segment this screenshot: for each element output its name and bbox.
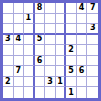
cell-r1c4[interactable]: 8 [35,3,46,14]
cell-r8c2[interactable] [14,77,25,88]
cell-r6c5[interactable] [45,56,56,67]
cell-r8c6[interactable]: 1 [56,77,67,88]
cell-r2c7[interactable] [66,14,77,25]
cell-r2c8[interactable] [77,14,88,25]
cell-r4c8[interactable] [77,35,88,46]
cell-r1c8[interactable]: 4 [77,3,88,14]
cell-r2c5[interactable] [45,14,56,25]
cell-r7c5[interactable] [45,66,56,77]
cell-r7c7[interactable]: 5 [66,66,77,77]
cell-r9c6[interactable] [56,87,67,98]
cell-r5c1[interactable] [3,45,14,56]
cell-r6c2[interactable] [14,56,25,67]
cell-r2c6[interactable] [56,14,67,25]
cell-r2c9[interactable] [87,14,98,25]
cell-r8c7[interactable] [66,77,77,88]
cell-r5c2[interactable] [14,45,25,56]
cell-r6c3[interactable] [24,56,35,67]
sudoku-puzzle: 84713345267562311 [0,0,101,101]
given-digit: 2 [68,46,74,54]
sudoku-board: 84713345267562311 [0,0,101,101]
cell-r7c9[interactable] [87,66,98,77]
cell-r6c6[interactable] [56,56,67,67]
cell-r4c1[interactable]: 3 [3,35,14,46]
cell-r1c3[interactable] [24,3,35,14]
cell-r4c9[interactable] [87,35,98,46]
cell-r6c1[interactable] [3,56,14,67]
cell-r9c8[interactable] [77,87,88,98]
given-digit: 1 [68,89,74,97]
cell-r4c5[interactable] [45,35,56,46]
given-digit: 7 [90,4,96,12]
given-digit: 3 [90,24,96,32]
cell-r8c8[interactable] [77,77,88,88]
cell-r6c8[interactable] [77,56,88,67]
cell-r5c5[interactable] [45,45,56,56]
cell-r3c9[interactable]: 3 [87,24,98,35]
cell-r1c9[interactable]: 7 [87,3,98,14]
cell-r1c2[interactable] [14,3,25,14]
cell-r9c7[interactable]: 1 [66,87,77,98]
given-digit: 2 [5,78,11,86]
given-digit: 7 [16,67,22,75]
cell-r8c3[interactable] [24,77,35,88]
given-digit: 8 [37,4,43,12]
cell-r3c5[interactable] [45,24,56,35]
cell-r9c1[interactable] [3,87,14,98]
cell-r5c8[interactable] [77,45,88,56]
given-digit: 6 [79,67,85,75]
cell-r1c7[interactable] [66,3,77,14]
cell-r4c6[interactable] [56,35,67,46]
cell-r2c3[interactable]: 1 [24,14,35,25]
cell-r5c3[interactable] [24,45,35,56]
cell-r7c6[interactable] [56,66,67,77]
cell-r8c9[interactable] [87,77,98,88]
cell-r1c5[interactable] [45,3,56,14]
given-digit: 1 [57,78,63,86]
cell-r4c3[interactable] [24,35,35,46]
cell-r5c9[interactable] [87,45,98,56]
given-digit: 3 [47,78,53,86]
given-digit: 5 [37,35,43,43]
cell-r2c4[interactable] [35,14,46,25]
cell-r8c4[interactable] [35,77,46,88]
given-digit: 1 [26,14,32,22]
cell-r3c2[interactable] [14,24,25,35]
cell-r1c1[interactable] [3,3,14,14]
cell-r3c7[interactable] [66,24,77,35]
cell-r9c4[interactable] [35,87,46,98]
cell-r3c1[interactable] [3,24,14,35]
given-digit: 6 [37,57,43,65]
cell-r2c1[interactable] [3,14,14,25]
cell-r3c8[interactable] [77,24,88,35]
cell-r3c6[interactable] [56,24,67,35]
cell-r8c5[interactable]: 3 [45,77,56,88]
cell-r6c7[interactable] [66,56,77,67]
cell-r8c1[interactable]: 2 [3,77,14,88]
cell-r7c2[interactable]: 7 [14,66,25,77]
cell-r7c4[interactable] [35,66,46,77]
cell-r6c4[interactable]: 6 [35,56,46,67]
given-digit: 3 [5,35,11,43]
cell-r6c9[interactable] [87,56,98,67]
given-digit: 4 [16,35,22,43]
cell-r9c2[interactable] [14,87,25,98]
cell-r9c9[interactable] [87,87,98,98]
cell-r3c3[interactable] [24,24,35,35]
cell-r4c4[interactable]: 5 [35,35,46,46]
cell-r4c7[interactable] [66,35,77,46]
cell-r9c5[interactable] [45,87,56,98]
given-digit: 4 [79,4,85,12]
cell-r4c2[interactable]: 4 [14,35,25,46]
cell-r3c4[interactable] [35,24,46,35]
cell-r5c6[interactable] [56,45,67,56]
cell-r9c3[interactable] [24,87,35,98]
cell-r7c3[interactable] [24,66,35,77]
cell-r2c2[interactable] [14,14,25,25]
given-digit: 5 [68,67,74,75]
cell-r7c8[interactable]: 6 [77,66,88,77]
cell-r1c6[interactable] [56,3,67,14]
cell-r7c1[interactable] [3,66,14,77]
cell-r5c7[interactable]: 2 [66,45,77,56]
cell-r5c4[interactable] [35,45,46,56]
